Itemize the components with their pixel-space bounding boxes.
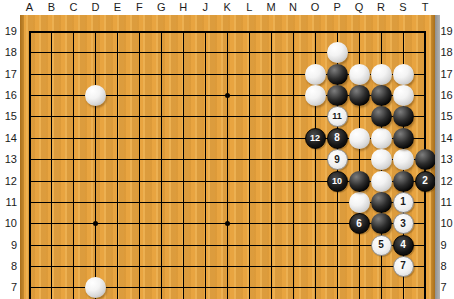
coord-row-right-7: 7 <box>441 281 454 294</box>
coord-col-P: P <box>327 1 347 14</box>
coord-col-D: D <box>85 1 105 14</box>
coord-col-C: C <box>63 1 83 14</box>
move-7-stone-white-S8: 7 <box>393 256 414 277</box>
coord-row-right-8: 8 <box>441 260 454 273</box>
coord-row-left-9: 9 <box>0 239 17 252</box>
move-number-label: 5 <box>378 240 384 250</box>
stone-black-R10 <box>371 213 392 234</box>
move-number-label: 6 <box>356 219 362 229</box>
coord-row-right-14: 14 <box>441 132 454 145</box>
stone-white-O16 <box>305 85 326 106</box>
grid-line-row-19 <box>29 31 427 33</box>
stone-black-R16 <box>371 85 392 106</box>
move-number-label: 12 <box>310 134 320 143</box>
coord-col-Q: Q <box>349 1 369 14</box>
coord-col-F: F <box>129 1 149 14</box>
stone-black-R11 <box>371 192 392 213</box>
coord-row-left-7: 7 <box>0 281 17 294</box>
stone-black-S14 <box>393 128 414 149</box>
move-number-label: 8 <box>334 133 340 143</box>
board-shadow-strip <box>435 15 440 299</box>
stone-black-P17 <box>327 64 348 85</box>
coord-row-right-15: 15 <box>441 110 454 123</box>
stone-white-Q11 <box>349 192 370 213</box>
coord-col-A: A <box>20 1 40 14</box>
grid-line-row-9 <box>29 245 427 246</box>
grid-line-col-G <box>161 31 162 299</box>
grid-line-col-H <box>183 31 184 299</box>
coord-row-right-17: 17 <box>441 68 454 81</box>
move-number-label: 3 <box>400 219 406 229</box>
coord-row-left-19: 19 <box>0 25 17 38</box>
coord-row-left-17: 17 <box>0 68 17 81</box>
coord-col-S: S <box>393 1 413 14</box>
coord-col-T: T <box>415 1 435 14</box>
move-11-stone-white-P15: 11 <box>327 106 348 127</box>
move-number-label: 9 <box>334 155 340 165</box>
coord-col-E: E <box>107 1 127 14</box>
coord-row-right-11: 11 <box>441 196 454 209</box>
coord-row-left-10: 10 <box>0 217 17 230</box>
grid-line-col-M <box>271 31 272 299</box>
coord-row-right-19: 19 <box>441 25 454 38</box>
coord-row-right-12: 12 <box>441 175 454 188</box>
coord-row-right-9: 9 <box>441 239 454 252</box>
move-number-label: 7 <box>400 261 406 271</box>
star-point-K16 <box>225 93 230 98</box>
grid-line-col-J <box>205 31 206 299</box>
grid-line-row-15 <box>29 116 427 117</box>
coord-row-left-18: 18 <box>0 46 17 59</box>
stone-white-R14 <box>371 128 392 149</box>
grid-line-row-8 <box>29 266 427 267</box>
go-app-screen: 123456789101112 ABCDEFGHJKLMNOPQRST19191… <box>0 0 454 299</box>
stone-white-R17 <box>371 64 392 85</box>
coord-row-left-16: 16 <box>0 89 17 102</box>
coord-col-N: N <box>283 1 303 14</box>
coord-row-left-12: 12 <box>0 175 17 188</box>
move-10-stone-black-P12: 10 <box>327 171 348 192</box>
go-board[interactable]: 123456789101112 <box>20 15 435 299</box>
move-3-stone-white-S10: 3 <box>393 213 414 234</box>
coord-col-G: G <box>151 1 171 14</box>
coord-row-left-14: 14 <box>0 132 17 145</box>
coord-row-left-13: 13 <box>0 153 17 166</box>
coord-col-O: O <box>305 1 325 14</box>
stone-black-Q16 <box>349 85 370 106</box>
move-9-stone-white-P13: 9 <box>327 149 348 170</box>
coord-row-right-13: 13 <box>441 153 454 166</box>
grid-line-row-18 <box>29 52 427 53</box>
move-number-label: 11 <box>332 112 342 121</box>
coord-col-L: L <box>239 1 259 14</box>
move-number-label: 2 <box>422 176 428 186</box>
coord-col-B: B <box>42 1 62 14</box>
move-number-label: 10 <box>332 177 342 186</box>
coord-col-K: K <box>217 1 237 14</box>
stone-white-Q17 <box>349 64 370 85</box>
stone-white-O17 <box>305 64 326 85</box>
coord-row-left-15: 15 <box>0 110 17 123</box>
move-5-stone-white-R9: 5 <box>371 235 392 256</box>
grid-line-row-13 <box>29 159 427 160</box>
stone-white-S16 <box>393 85 414 106</box>
grid-line-col-F <box>139 31 140 299</box>
move-number-label: 4 <box>400 240 406 250</box>
stone-white-R13 <box>371 149 392 170</box>
stone-white-S13 <box>393 149 414 170</box>
coord-row-right-10: 10 <box>441 217 454 230</box>
move-6-stone-black-Q10: 6 <box>349 213 370 234</box>
move-4-stone-black-S9: 4 <box>393 235 414 256</box>
grid-line-col-L <box>249 31 250 299</box>
stone-black-Q12 <box>349 171 370 192</box>
stone-white-D16 <box>85 85 106 106</box>
coord-col-M: M <box>261 1 281 14</box>
star-point-K10 <box>225 221 230 226</box>
coord-row-right-16: 16 <box>441 89 454 102</box>
coord-row-left-8: 8 <box>0 260 17 273</box>
move-2-stone-black-T12: 2 <box>415 171 436 192</box>
stone-white-R12 <box>371 171 392 192</box>
grid-line-col-D <box>95 31 96 299</box>
stone-black-S12 <box>393 171 414 192</box>
grid-line-col-A <box>29 31 31 299</box>
star-point-D10 <box>93 221 98 226</box>
coord-col-H: H <box>173 1 193 14</box>
move-number-label: 1 <box>400 197 406 207</box>
stone-white-D7 <box>85 277 106 298</box>
coord-col-J: J <box>195 1 215 14</box>
coord-row-right-18: 18 <box>441 46 454 59</box>
grid-line-col-K <box>227 31 228 299</box>
grid-line-col-E <box>117 31 118 299</box>
coord-row-left-11: 11 <box>0 196 17 209</box>
stone-white-S17 <box>393 64 414 85</box>
move-8-stone-black-P14: 8 <box>327 128 348 149</box>
board-left-edge-bevel <box>20 15 24 299</box>
grid-line-col-C <box>73 31 74 299</box>
stone-black-P16 <box>327 85 348 106</box>
grid-line-col-B <box>51 31 52 299</box>
stone-black-T13 <box>415 149 436 170</box>
coord-col-R: R <box>371 1 391 14</box>
grid-line-col-N <box>293 31 294 299</box>
stone-black-R15 <box>371 106 392 127</box>
stone-white-P18 <box>327 42 348 63</box>
stone-white-Q14 <box>349 128 370 149</box>
stone-black-S15 <box>393 106 414 127</box>
move-1-stone-white-S11: 1 <box>393 192 414 213</box>
move-12-stone-black-O14: 12 <box>305 128 326 149</box>
